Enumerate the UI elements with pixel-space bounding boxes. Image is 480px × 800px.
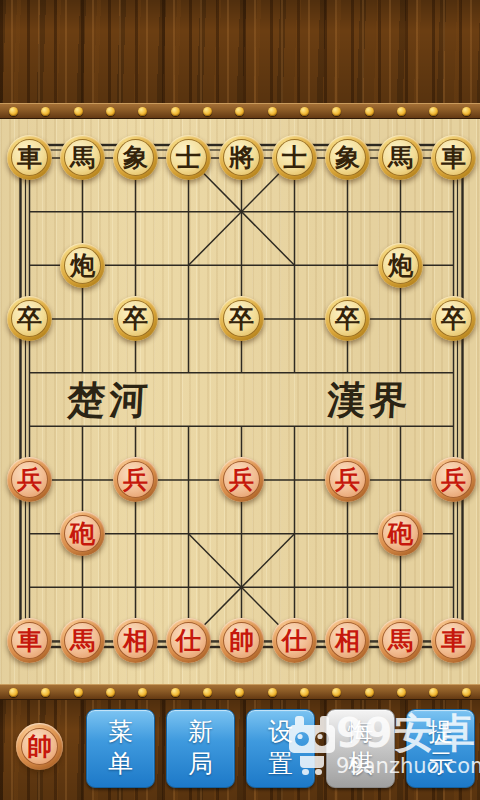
piece-red[interactable]: 馬: [378, 618, 423, 663]
rivet-icon: [138, 688, 147, 697]
toolbar-buttons: 菜 单 新 局 设 置 悔 棋 提 示: [86, 709, 475, 788]
piece-black[interactable]: 象: [325, 135, 370, 180]
rivet-icon: [74, 688, 83, 697]
piece-glyph: 卒: [335, 306, 360, 331]
rivet-icon: [9, 688, 18, 697]
piece-face: 相: [117, 622, 154, 659]
piece-face: 象: [329, 139, 366, 176]
rivet-icon: [138, 107, 147, 116]
piece-face: 兵: [117, 461, 154, 498]
rivet-icon: [397, 688, 406, 697]
piece-glyph: 馬: [70, 145, 95, 170]
piece-glyph: 兵: [229, 467, 254, 492]
piece-face: 卒: [329, 300, 366, 337]
piece-glyph: 卒: [229, 306, 254, 331]
rivet-icon: [106, 107, 115, 116]
hint-button[interactable]: 提 示: [406, 709, 475, 788]
piece-glyph: 炮: [388, 253, 413, 278]
new-game-button[interactable]: 新 局: [166, 709, 235, 788]
piece-glyph: 象: [123, 145, 148, 170]
piece-face: 兵: [11, 461, 48, 498]
piece-face: 車: [11, 139, 48, 176]
rivet-icon: [171, 107, 180, 116]
piece-glyph: 炮: [70, 253, 95, 278]
piece-red[interactable]: 仕: [166, 618, 211, 663]
piece-face: 砲: [64, 515, 101, 552]
top-wood-frame: [0, 0, 480, 103]
piece-red[interactable]: 車: [431, 618, 476, 663]
hint-button-label2: 示: [428, 750, 453, 779]
piece-glyph: 相: [335, 628, 360, 653]
piece-black[interactable]: 士: [272, 135, 317, 180]
piece-face: 馬: [64, 622, 101, 659]
piece-glyph: 象: [335, 145, 360, 170]
piece-face: 兵: [329, 461, 366, 498]
piece-glyph: 仕: [282, 628, 307, 653]
piece-glyph: 車: [17, 145, 42, 170]
settings-button-label: 设: [268, 718, 293, 747]
undo-move-button-label: 悔: [348, 718, 373, 747]
menu-button-label2: 单: [108, 750, 133, 779]
piece-face: 士: [276, 139, 313, 176]
rivet-icon: [203, 688, 212, 697]
piece-face: 象: [117, 139, 154, 176]
piece-face: 卒: [117, 300, 154, 337]
piece-red[interactable]: 車: [7, 618, 52, 663]
piece-black[interactable]: 馬: [378, 135, 423, 180]
rivet-icon: [235, 107, 244, 116]
piece-red[interactable]: 兵: [7, 457, 52, 502]
rivet-icon: [365, 688, 374, 697]
piece-face: 兵: [223, 461, 260, 498]
piece-face: 馬: [382, 139, 419, 176]
rivet-icon: [268, 688, 277, 697]
piece-face: 車: [435, 622, 472, 659]
settings-button[interactable]: 设 置: [246, 709, 315, 788]
rivet-icon: [397, 107, 406, 116]
xiangqi-board[interactable]: 楚河 漢界 車馬象士將士象馬車炮炮卒卒卒卒卒兵兵兵兵兵砲砲車馬相仕帥仕相馬車: [0, 119, 480, 684]
piece-glyph: 兵: [17, 467, 42, 492]
piece-face: 炮: [64, 247, 101, 284]
piece-face: 帥: [223, 622, 260, 659]
piece-face: 將: [223, 139, 260, 176]
new-game-button-label2: 局: [188, 750, 213, 779]
piece-red[interactable]: 砲: [378, 511, 423, 556]
rivet-icon: [41, 107, 50, 116]
menu-button-label: 菜: [108, 718, 133, 747]
piece-glyph: 卒: [441, 306, 466, 331]
piece-black[interactable]: 卒: [113, 296, 158, 341]
settings-button-label2: 置: [268, 750, 293, 779]
piece-glyph: 兵: [335, 467, 360, 492]
piece-glyph: 士: [282, 145, 307, 170]
piece-glyph: 馬: [388, 628, 413, 653]
piece-glyph: 士: [176, 145, 201, 170]
top-rivet-strip: [0, 103, 480, 119]
piece-black[interactable]: 炮: [60, 243, 105, 288]
piece-glyph: 砲: [388, 521, 413, 546]
rivet-icon: [9, 107, 18, 116]
rivet-icon: [106, 688, 115, 697]
piece-black[interactable]: 卒: [7, 296, 52, 341]
piece-face: 仕: [276, 622, 313, 659]
piece-glyph: 兵: [441, 467, 466, 492]
new-game-button-label: 新: [188, 718, 213, 747]
piece-red[interactable]: 仕: [272, 618, 317, 663]
piece-black[interactable]: 象: [113, 135, 158, 180]
menu-button[interactable]: 菜 单: [86, 709, 155, 788]
piece-face: 仕: [170, 622, 207, 659]
rivet-icon: [74, 107, 83, 116]
rivet-icon: [332, 688, 341, 697]
rivet-icon: [332, 107, 341, 116]
red-general-glyph: 帥: [27, 734, 52, 759]
piece-glyph: 車: [441, 145, 466, 170]
piece-red[interactable]: 相: [113, 618, 158, 663]
piece-black[interactable]: 炮: [378, 243, 423, 288]
undo-move-button-label2: 棋: [348, 750, 373, 779]
piece-glyph: 馬: [70, 628, 95, 653]
piece-glyph: 兵: [123, 467, 148, 492]
piece-red[interactable]: 兵: [325, 457, 370, 502]
turn-indicator-red-general: 帥: [16, 723, 63, 770]
piece-glyph: 卒: [123, 306, 148, 331]
hint-button-label: 提: [428, 718, 453, 747]
piece-red[interactable]: 帥: [219, 618, 264, 663]
piece-black[interactable]: 士: [166, 135, 211, 180]
piece-glyph: 砲: [70, 521, 95, 546]
piece-face: 馬: [64, 139, 101, 176]
rivet-icon: [235, 688, 244, 697]
piece-red[interactable]: 兵: [113, 457, 158, 502]
rivet-icon: [462, 688, 471, 697]
piece-glyph: 車: [17, 628, 42, 653]
piece-black[interactable]: 將: [219, 135, 264, 180]
piece-black[interactable]: 卒: [325, 296, 370, 341]
piece-red[interactable]: 砲: [60, 511, 105, 556]
rivet-icon: [171, 688, 180, 697]
piece-glyph: 車: [441, 628, 466, 653]
piece-face: 卒: [435, 300, 472, 337]
rivet-icon: [41, 688, 50, 697]
piece-red[interactable]: 馬: [60, 618, 105, 663]
piece-face: 砲: [382, 515, 419, 552]
piece-face: 卒: [11, 300, 48, 337]
piece-glyph: 卒: [17, 306, 42, 331]
piece-face: 炮: [382, 247, 419, 284]
rivet-icon: [203, 107, 212, 116]
rivet-icon: [300, 688, 309, 697]
piece-black[interactable]: 車: [7, 135, 52, 180]
bottom-rivet-strip: [0, 684, 480, 700]
piece-black[interactable]: 卒: [431, 296, 476, 341]
piece-face: 兵: [435, 461, 472, 498]
piece-face: 士: [170, 139, 207, 176]
piece-red[interactable]: 兵: [431, 457, 476, 502]
piece-grid: 車馬象士將士象馬車炮炮卒卒卒卒卒兵兵兵兵兵砲砲車馬相仕帥仕相馬車: [3, 131, 480, 668]
piece-face: 馬: [382, 622, 419, 659]
piece-glyph: 帥: [229, 628, 254, 653]
piece-glyph: 相: [123, 628, 148, 653]
piece-red[interactable]: 相: [325, 618, 370, 663]
rivet-icon: [429, 688, 438, 697]
turn-indicator-face: 帥: [21, 728, 58, 765]
piece-glyph: 馬: [388, 145, 413, 170]
rivet-icon: [365, 107, 374, 116]
piece-black[interactable]: 卒: [219, 296, 264, 341]
rivet-icon: [300, 107, 309, 116]
piece-black[interactable]: 馬: [60, 135, 105, 180]
piece-face: 卒: [223, 300, 260, 337]
piece-glyph: 仕: [176, 628, 201, 653]
piece-face: 車: [11, 622, 48, 659]
undo-move-button[interactable]: 悔 棋: [326, 709, 395, 788]
piece-glyph: 將: [229, 145, 254, 170]
piece-face: 車: [435, 139, 472, 176]
rivet-icon: [268, 107, 277, 116]
piece-black[interactable]: 車: [431, 135, 476, 180]
rivet-icon: [462, 107, 471, 116]
rivet-icon: [429, 107, 438, 116]
piece-red[interactable]: 兵: [219, 457, 264, 502]
piece-face: 相: [329, 622, 366, 659]
